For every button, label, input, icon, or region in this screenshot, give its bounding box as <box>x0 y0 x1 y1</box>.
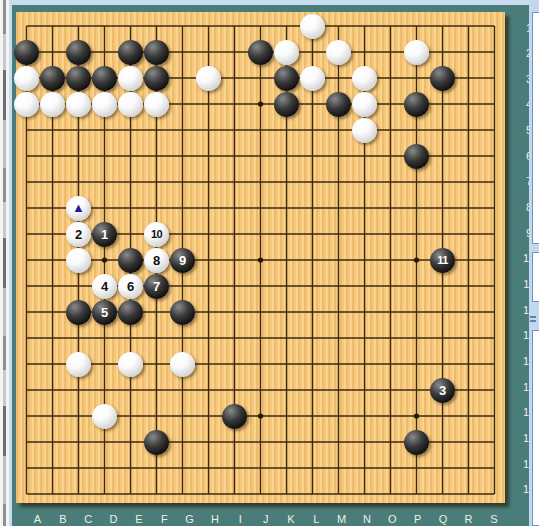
stone-P17[interactable] <box>404 430 429 455</box>
side-panel-fragment <box>532 330 539 526</box>
move-number: 5 <box>92 300 117 325</box>
stone-A3[interactable] <box>14 66 39 91</box>
col-label-M: M <box>332 511 352 526</box>
stone-F2[interactable] <box>144 40 169 65</box>
stone-B3[interactable] <box>40 66 65 91</box>
board-panel: ▲2110891146753 ABCDEFGHIJKLMNOPQRS 12345… <box>12 5 530 526</box>
stone-C4[interactable] <box>66 92 91 117</box>
stone-N3[interactable] <box>352 66 377 91</box>
stone-E3[interactable] <box>118 66 143 91</box>
stone-M4[interactable] <box>326 92 351 117</box>
side-panel-divider <box>530 316 536 318</box>
stone-N5[interactable] <box>352 118 377 143</box>
stone-C2[interactable] <box>66 40 91 65</box>
stone-C12[interactable] <box>66 300 91 325</box>
move-number: 6 <box>118 274 143 299</box>
move-number: 4 <box>92 274 117 299</box>
stone-K2[interactable] <box>274 40 299 65</box>
stone-C10[interactable] <box>66 248 91 273</box>
stone-L1[interactable] <box>300 14 325 39</box>
col-label-J: J <box>256 511 276 526</box>
stone-F3[interactable] <box>144 66 169 91</box>
column-labels: ABCDEFGHIJKLMNOPQRS <box>12 511 539 526</box>
stone-C14[interactable] <box>66 352 91 377</box>
stone-K4[interactable] <box>274 92 299 117</box>
stone-Q3[interactable] <box>430 66 455 91</box>
stone-E4[interactable] <box>118 92 143 117</box>
stone-D3[interactable] <box>92 66 117 91</box>
move-number: 7 <box>144 274 169 299</box>
col-label-B: B <box>53 511 73 526</box>
stone-F4[interactable] <box>144 92 169 117</box>
stone-F10[interactable]: 8 <box>144 248 169 273</box>
stone-A2[interactable] <box>14 40 39 65</box>
stone-P4[interactable] <box>404 92 429 117</box>
col-label-N: N <box>357 511 377 526</box>
stone-D16[interactable] <box>92 404 117 429</box>
stone-D11[interactable]: 4 <box>92 274 117 299</box>
stone-I16[interactable] <box>222 404 247 429</box>
move-number: 3 <box>430 378 455 403</box>
side-panel-fragment <box>532 12 539 244</box>
side-panel-divider <box>530 320 536 322</box>
col-label-Q: Q <box>433 511 453 526</box>
stone-Q15[interactable]: 3 <box>430 378 455 403</box>
stone-G10[interactable]: 9 <box>170 248 195 273</box>
col-label-K: K <box>281 511 301 526</box>
stone-P2[interactable] <box>404 40 429 65</box>
col-label-L: L <box>306 511 326 526</box>
stone-F9[interactable]: 10 <box>144 222 169 247</box>
col-label-D: D <box>104 511 124 526</box>
stone-C9[interactable]: 2 <box>66 222 91 247</box>
triangle-marker-icon: ▲ <box>66 195 91 220</box>
stone-B4[interactable] <box>40 92 65 117</box>
col-label-F: F <box>154 511 174 526</box>
move-number: 1 <box>92 222 117 247</box>
stone-M2[interactable] <box>326 40 351 65</box>
stone-D4[interactable] <box>92 92 117 117</box>
col-label-A: A <box>28 511 48 526</box>
adjacent-panel-edge <box>529 0 539 526</box>
stone-J2[interactable] <box>248 40 273 65</box>
stone-Q10[interactable]: 11 <box>430 248 455 273</box>
stone-G14[interactable] <box>170 352 195 377</box>
stone-L3[interactable] <box>300 66 325 91</box>
stone-G12[interactable] <box>170 300 195 325</box>
go-app-window: ▲2110891146753 ABCDEFGHIJKLMNOPQRS 12345… <box>0 0 539 526</box>
col-label-P: P <box>408 511 428 526</box>
stone-E10[interactable] <box>118 248 143 273</box>
stone-E2[interactable] <box>118 40 143 65</box>
move-number: 2 <box>66 222 91 247</box>
col-label-O: O <box>382 511 402 526</box>
col-label-S: S <box>484 511 504 526</box>
stone-E12[interactable] <box>118 300 143 325</box>
stone-D9[interactable]: 1 <box>92 222 117 247</box>
side-panel-fragment <box>532 252 539 302</box>
stone-N4[interactable] <box>352 92 377 117</box>
left-window-edge <box>0 0 9 526</box>
stone-K3[interactable] <box>274 66 299 91</box>
col-label-E: E <box>129 511 149 526</box>
col-label-G: G <box>180 511 200 526</box>
stone-F11[interactable]: 7 <box>144 274 169 299</box>
col-label-R: R <box>458 511 478 526</box>
col-label-H: H <box>205 511 225 526</box>
move-number: 11 <box>430 248 455 273</box>
stone-D12[interactable]: 5 <box>92 300 117 325</box>
move-number: 10 <box>144 222 169 247</box>
move-number: 9 <box>170 248 195 273</box>
stone-C3[interactable] <box>66 66 91 91</box>
stone-E14[interactable] <box>118 352 143 377</box>
stone-H3[interactable] <box>196 66 221 91</box>
left-edge-groove <box>3 0 6 526</box>
stone-A4[interactable] <box>14 92 39 117</box>
stone-E11[interactable]: 6 <box>118 274 143 299</box>
col-label-I: I <box>230 511 250 526</box>
stones-layer: ▲2110891146753 <box>14 13 508 507</box>
stone-F17[interactable] <box>144 430 169 455</box>
col-label-C: C <box>78 511 98 526</box>
stone-C8[interactable]: ▲ <box>66 196 91 221</box>
stone-P6[interactable] <box>404 144 429 169</box>
go-board[interactable]: ▲2110891146753 <box>16 12 505 503</box>
move-number: 8 <box>144 248 169 273</box>
